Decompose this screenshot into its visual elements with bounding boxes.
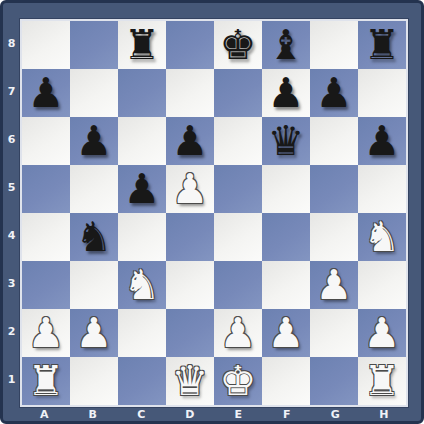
square-a1[interactable]: ♜: [22, 357, 70, 405]
rank-label-1: 1: [3, 355, 20, 403]
square-d7[interactable]: [166, 69, 214, 117]
square-h5[interactable]: [358, 165, 406, 213]
square-c8[interactable]: ♜: [118, 21, 166, 69]
white-knight[interactable]: ♞: [364, 213, 401, 261]
square-c4[interactable]: [118, 213, 166, 261]
square-e5[interactable]: [214, 165, 262, 213]
black-pawn[interactable]: ♟: [364, 117, 401, 165]
square-e6[interactable]: [214, 117, 262, 165]
square-g7[interactable]: ♟: [310, 69, 358, 117]
rank-label-6: 6: [3, 115, 20, 163]
square-d1[interactable]: ♛: [166, 357, 214, 405]
white-pawn[interactable]: ♟: [172, 165, 209, 213]
square-g6[interactable]: [310, 117, 358, 165]
rank-label-8: 8: [3, 19, 20, 67]
file-labels: ABCDEFGH: [20, 405, 408, 423]
square-d4[interactable]: [166, 213, 214, 261]
square-a8[interactable]: [22, 21, 70, 69]
square-e4[interactable]: [214, 213, 262, 261]
square-f8[interactable]: ♝: [262, 21, 310, 69]
square-h4[interactable]: ♞: [358, 213, 406, 261]
square-h2[interactable]: ♟: [358, 309, 406, 357]
black-pawn[interactable]: ♟: [172, 117, 209, 165]
square-b7[interactable]: [70, 69, 118, 117]
black-pawn[interactable]: ♟: [76, 117, 113, 165]
file-label-b: B: [69, 405, 118, 423]
rank-label-4: 4: [3, 211, 20, 259]
white-pawn[interactable]: ♟: [28, 309, 65, 357]
file-label-a: A: [20, 405, 69, 423]
rank-label-7: 7: [3, 67, 20, 115]
square-c2[interactable]: [118, 309, 166, 357]
black-pawn[interactable]: ♟: [268, 69, 305, 117]
black-knight[interactable]: ♞: [76, 213, 113, 261]
square-f6[interactable]: ♛: [262, 117, 310, 165]
rank-label-5: 5: [3, 163, 20, 211]
square-a3[interactable]: [22, 261, 70, 309]
square-g5[interactable]: [310, 165, 358, 213]
square-g2[interactable]: [310, 309, 358, 357]
file-label-h: H: [360, 405, 409, 423]
square-f2[interactable]: ♟: [262, 309, 310, 357]
square-f3[interactable]: [262, 261, 310, 309]
square-a7[interactable]: ♟: [22, 69, 70, 117]
square-d3[interactable]: [166, 261, 214, 309]
rank-labels: 87654321: [3, 19, 20, 403]
square-h1[interactable]: ♜: [358, 357, 406, 405]
white-rook[interactable]: ♜: [364, 357, 401, 405]
square-e8[interactable]: ♚: [214, 21, 262, 69]
square-d6[interactable]: ♟: [166, 117, 214, 165]
square-f7[interactable]: ♟: [262, 69, 310, 117]
rank-label-3: 3: [3, 259, 20, 307]
square-b3[interactable]: [70, 261, 118, 309]
black-queen[interactable]: ♛: [268, 117, 305, 165]
black-pawn[interactable]: ♟: [28, 69, 65, 117]
file-label-f: F: [263, 405, 312, 423]
square-g4[interactable]: [310, 213, 358, 261]
white-pawn[interactable]: ♟: [220, 309, 257, 357]
black-rook[interactable]: ♜: [124, 21, 161, 69]
white-queen[interactable]: ♛: [172, 357, 209, 405]
square-b4[interactable]: ♞: [70, 213, 118, 261]
file-label-e: E: [214, 405, 263, 423]
chess-board-frame: 87654321 ♜♚♝♜♟♟♟♟♟♛♟♟♟♞♞♞♟♟♟♟♟♟♜♛♚♜ ABCD…: [0, 0, 424, 424]
square-c3[interactable]: ♞: [118, 261, 166, 309]
square-h3[interactable]: [358, 261, 406, 309]
square-h6[interactable]: ♟: [358, 117, 406, 165]
square-c1[interactable]: [118, 357, 166, 405]
square-a6[interactable]: [22, 117, 70, 165]
square-d2[interactable]: [166, 309, 214, 357]
white-king[interactable]: ♚: [220, 357, 257, 405]
square-b1[interactable]: [70, 357, 118, 405]
square-f5[interactable]: [262, 165, 310, 213]
file-label-c: C: [117, 405, 166, 423]
square-a2[interactable]: ♟: [22, 309, 70, 357]
square-e2[interactable]: ♟: [214, 309, 262, 357]
square-h8[interactable]: ♜: [358, 21, 406, 69]
white-pawn[interactable]: ♟: [316, 261, 353, 309]
square-e3[interactable]: [214, 261, 262, 309]
square-f1[interactable]: [262, 357, 310, 405]
square-c7[interactable]: [118, 69, 166, 117]
chess-board: ♜♚♝♜♟♟♟♟♟♛♟♟♟♞♞♞♟♟♟♟♟♟♜♛♚♜: [20, 19, 408, 407]
white-rook[interactable]: ♜: [28, 357, 65, 405]
black-rook[interactable]: ♜: [364, 21, 401, 69]
black-pawn[interactable]: ♟: [124, 165, 161, 213]
white-pawn[interactable]: ♟: [364, 309, 401, 357]
square-e7[interactable]: [214, 69, 262, 117]
square-g1[interactable]: [310, 357, 358, 405]
rank-label-2: 2: [3, 307, 20, 355]
square-f4[interactable]: [262, 213, 310, 261]
square-b6[interactable]: ♟: [70, 117, 118, 165]
white-knight[interactable]: ♞: [124, 261, 161, 309]
square-h7[interactable]: [358, 69, 406, 117]
square-a5[interactable]: [22, 165, 70, 213]
square-g8[interactable]: [310, 21, 358, 69]
square-g3[interactable]: ♟: [310, 261, 358, 309]
square-b5[interactable]: [70, 165, 118, 213]
square-d5[interactable]: ♟: [166, 165, 214, 213]
file-label-g: G: [311, 405, 360, 423]
square-b8[interactable]: [70, 21, 118, 69]
square-d8[interactable]: [166, 21, 214, 69]
square-b2[interactable]: ♟: [70, 309, 118, 357]
square-a4[interactable]: [22, 213, 70, 261]
black-bishop[interactable]: ♝: [268, 21, 305, 69]
white-pawn[interactable]: ♟: [76, 309, 113, 357]
square-e1[interactable]: ♚: [214, 357, 262, 405]
square-c6[interactable]: [118, 117, 166, 165]
black-pawn[interactable]: ♟: [316, 69, 353, 117]
file-label-d: D: [166, 405, 215, 423]
white-pawn[interactable]: ♟: [268, 309, 305, 357]
black-king[interactable]: ♚: [220, 21, 257, 69]
square-c5[interactable]: ♟: [118, 165, 166, 213]
